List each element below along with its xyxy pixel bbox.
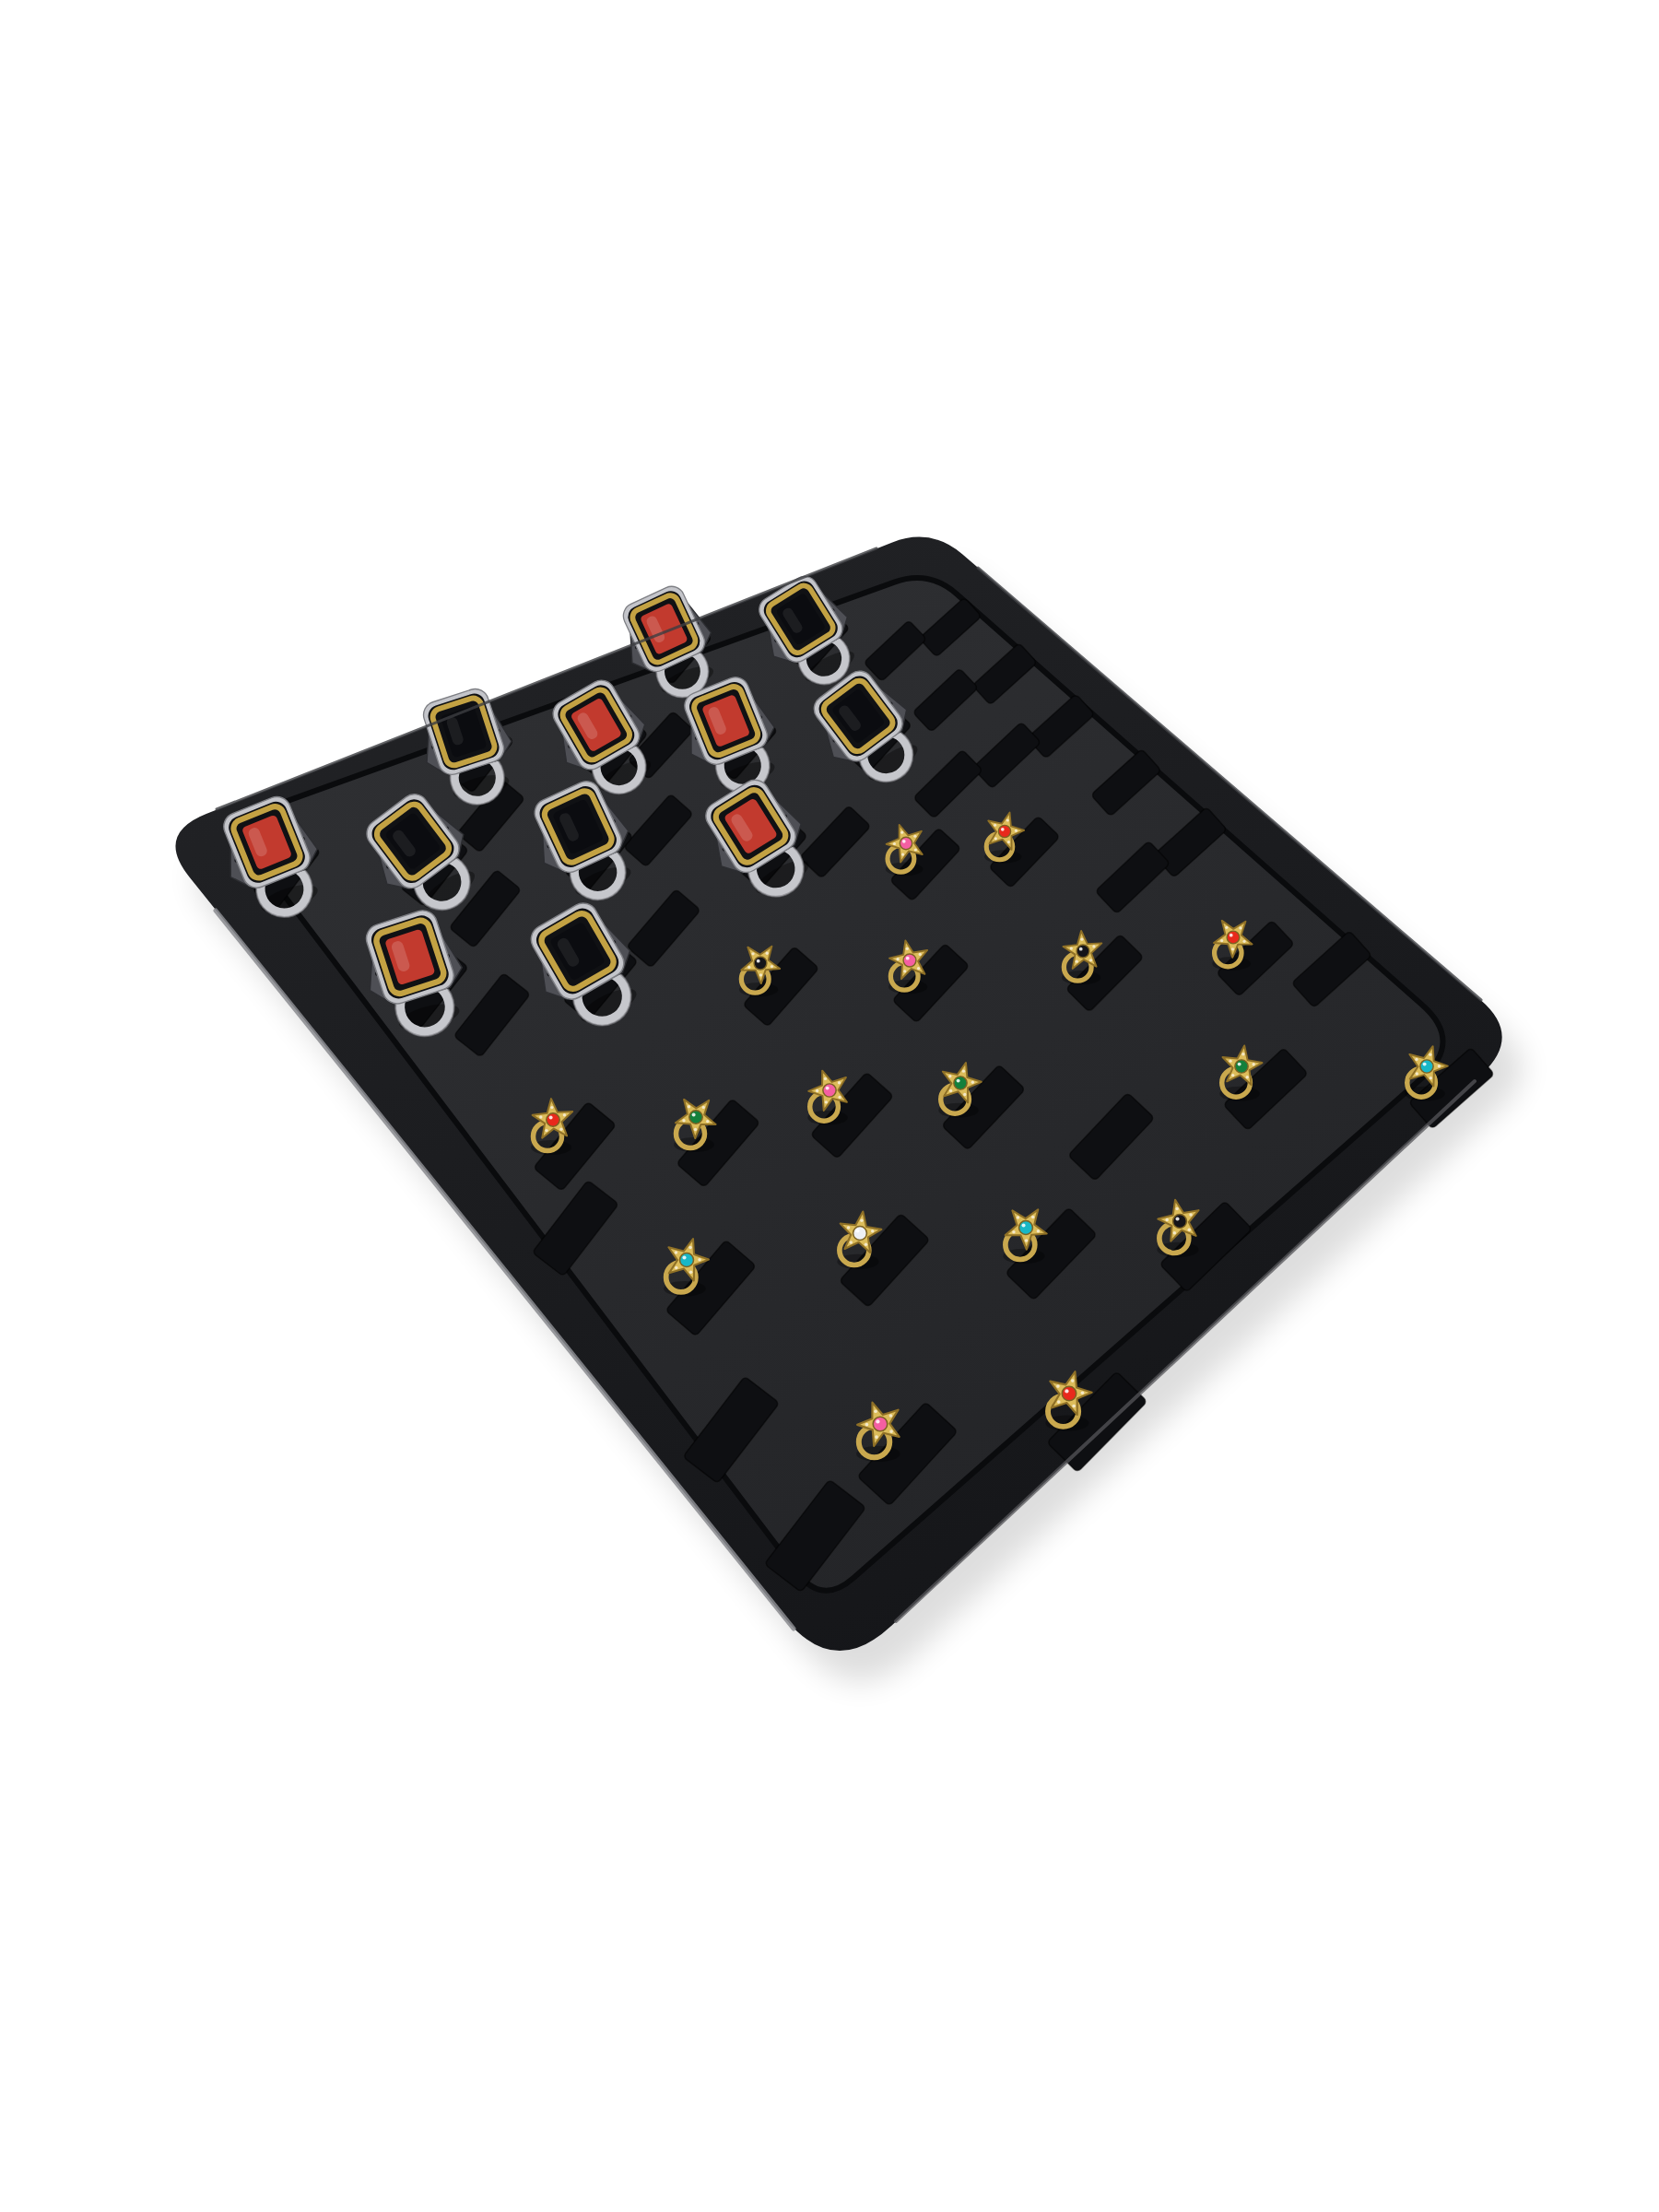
gem-sparkle	[682, 1255, 686, 1259]
gem-sparkle	[826, 1087, 829, 1090]
star-accent	[1006, 818, 1009, 821]
star-gem-teal	[1420, 1060, 1433, 1073]
star-accent	[900, 831, 903, 834]
star-accent	[1092, 945, 1095, 947]
star-accent	[1242, 940, 1245, 943]
star-gem-red	[1062, 1386, 1076, 1400]
star-accent	[1416, 1072, 1418, 1075]
star-accent	[1012, 1230, 1016, 1234]
star-accent	[903, 970, 906, 972]
star-accent	[871, 1230, 875, 1233]
star-gem-green	[954, 1077, 967, 1089]
star-gem-white	[853, 1227, 867, 1241]
star-accent	[1252, 1063, 1254, 1065]
star-accent	[1430, 1077, 1432, 1079]
star-gem-red	[998, 825, 1010, 837]
star-accent	[1037, 1230, 1041, 1233]
gem-sparkle	[692, 1113, 696, 1117]
star-accent	[1246, 1076, 1249, 1078]
star-accent	[759, 973, 762, 976]
gem-sparkle	[1175, 1217, 1179, 1220]
star-accent	[971, 1081, 974, 1084]
star-accent	[1057, 1400, 1061, 1404]
star-gem-green	[1235, 1060, 1248, 1073]
star-accent	[875, 1435, 878, 1439]
star-accent	[694, 1128, 697, 1131]
star-accent	[545, 1129, 547, 1132]
gem-sparkle	[906, 957, 910, 960]
star-accent	[962, 1069, 965, 1072]
star-accent	[1175, 1207, 1179, 1211]
star-accent	[1225, 926, 1228, 929]
gem-sparkle	[1423, 1063, 1427, 1066]
star-accent	[901, 853, 904, 856]
star-accent	[1017, 1216, 1020, 1219]
star-accent	[838, 1096, 841, 1099]
gem-sparkle	[1021, 1223, 1025, 1227]
star-accent	[706, 1120, 709, 1123]
star-accent	[1173, 1231, 1177, 1235]
star-accent	[698, 1258, 701, 1262]
star-accent	[889, 1414, 893, 1418]
star-accent	[874, 1409, 877, 1413]
star-accent	[897, 958, 900, 960]
star-gem-black	[754, 957, 767, 970]
gem-sparkle	[1001, 828, 1005, 831]
star-accent	[559, 1128, 562, 1131]
star-gem-black	[1077, 945, 1089, 958]
star-accent	[1188, 1229, 1192, 1232]
star-accent	[1056, 1384, 1060, 1388]
star-accent	[675, 1251, 678, 1254]
star-accent	[1415, 1058, 1418, 1061]
star-accent	[1438, 1065, 1441, 1067]
star-accent	[1429, 1053, 1431, 1056]
star-accent	[1231, 947, 1234, 950]
star-accent	[1089, 959, 1092, 961]
star-accent	[1189, 1213, 1193, 1217]
star-accent	[682, 1119, 685, 1122]
star-gem-red	[1227, 931, 1240, 944]
star-accent	[963, 1093, 966, 1096]
star-accent	[688, 1105, 690, 1108]
star-accent	[1025, 1239, 1029, 1242]
star-gem-teal	[1019, 1221, 1033, 1235]
star-accent	[850, 1241, 853, 1244]
star-accent	[1071, 1379, 1075, 1382]
star-accent	[1076, 960, 1078, 963]
star-accent	[539, 1115, 542, 1118]
star-accent	[914, 848, 917, 851]
gem-sparkle	[1065, 1389, 1068, 1393]
star-accent	[1015, 829, 1018, 832]
star-accent	[838, 1081, 841, 1084]
photo-stage	[0, 0, 1659, 2212]
star-accent	[816, 1089, 818, 1092]
gem-sparkle	[757, 959, 760, 963]
star-accent	[865, 1423, 869, 1427]
star-accent	[1007, 841, 1010, 843]
gem-sparkle	[902, 840, 906, 843]
star-accent	[1231, 1074, 1234, 1077]
star-accent	[865, 1243, 868, 1247]
gem-sparkle	[549, 1116, 553, 1120]
star-accent	[1165, 1218, 1169, 1222]
star-accent	[1070, 947, 1073, 949]
star-accent	[824, 1077, 827, 1080]
star-gem-pink	[900, 837, 912, 849]
star-accent	[771, 965, 773, 968]
star-gem-red	[547, 1113, 559, 1126]
star-accent	[994, 824, 996, 827]
star-accent	[1031, 1216, 1035, 1219]
star-accent	[1241, 1053, 1244, 1055]
star-accent	[675, 1266, 678, 1270]
star-accent	[563, 1113, 566, 1116]
star-accent	[1081, 1391, 1085, 1394]
star-gem-teal	[680, 1253, 694, 1267]
gem-sparkle	[1238, 1063, 1241, 1066]
star-gem-pink	[823, 1084, 836, 1097]
star-accent	[1239, 926, 1241, 929]
star-accent	[919, 953, 922, 956]
star-accent	[1072, 1405, 1076, 1408]
star-accent	[1229, 1059, 1231, 1062]
gem-sparkle	[876, 1419, 879, 1423]
star-accent	[994, 837, 997, 840]
gem-sparkle	[957, 1079, 960, 1083]
star-gem-pink	[873, 1417, 888, 1431]
star-accent	[688, 1246, 692, 1250]
star-accent	[689, 1271, 693, 1275]
star-accent	[917, 967, 920, 970]
star-accent	[949, 1089, 952, 1092]
star-gem-black	[1173, 1215, 1187, 1229]
star-accent	[825, 1100, 828, 1103]
star-accent	[747, 966, 750, 969]
star-gem-pink	[903, 954, 916, 967]
star-gem-green	[689, 1111, 702, 1124]
star-accent	[847, 1226, 851, 1230]
star-accent	[550, 1106, 553, 1109]
star-accent	[1220, 939, 1223, 942]
star-accent	[702, 1106, 705, 1109]
star-accent	[860, 1218, 864, 1222]
star-accent	[948, 1075, 951, 1077]
star-accent	[913, 835, 916, 838]
gem-sparkle	[1230, 934, 1233, 937]
star-accent	[906, 947, 909, 950]
star-accent	[893, 842, 896, 845]
star-accent	[889, 1430, 893, 1433]
star-accent	[1080, 938, 1083, 941]
star-accent	[766, 952, 769, 955]
star-accent	[751, 952, 754, 955]
gem-sparkle	[855, 1229, 859, 1232]
jewelry-tray-photo	[0, 0, 1659, 2212]
gem-sparkle	[1079, 947, 1083, 951]
